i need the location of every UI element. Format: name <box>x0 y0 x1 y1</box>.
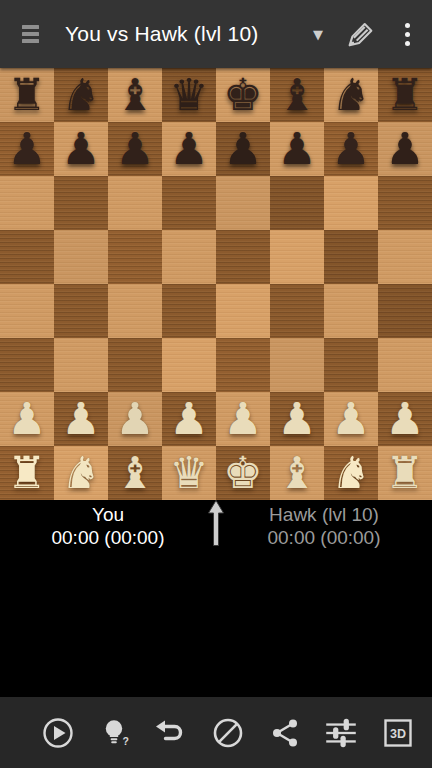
bottom-toolbar: ? <box>0 697 432 768</box>
black-player-block: Hawk (lvl 10) 00:00 (00:00) <box>216 503 432 549</box>
piece-black-pawn: ♟ <box>162 122 216 176</box>
square-c2[interactable]: ♟ <box>108 392 162 446</box>
piece-white-bishop: ♝ <box>108 446 162 500</box>
square-e2[interactable]: ♟ <box>216 392 270 446</box>
square-g6[interactable] <box>324 176 378 230</box>
piece-black-pawn: ♟ <box>108 122 162 176</box>
square-a3[interactable] <box>0 338 54 392</box>
square-g1[interactable]: ♞ <box>324 446 378 500</box>
piece-black-knight: ♞ <box>324 68 378 122</box>
square-f7[interactable]: ♟ <box>270 122 324 176</box>
square-e7[interactable]: ♟ <box>216 122 270 176</box>
player-panel: You 00:00 (00:00) Hawk (lvl 10) 00:00 (0… <box>0 500 432 697</box>
game-title: You vs Hawk (lvl 10) <box>65 22 258 46</box>
square-h8[interactable]: ♜ <box>378 68 432 122</box>
piece-white-pawn: ♟ <box>378 392 432 446</box>
app-bar-actions: ▼ <box>313 17 432 51</box>
piece-white-pawn: ♟ <box>54 392 108 446</box>
chevron-down-icon[interactable]: ▼ <box>313 27 323 42</box>
3d-view-icon: 3D <box>380 715 416 751</box>
square-f4[interactable] <box>270 284 324 338</box>
square-b4[interactable] <box>54 284 108 338</box>
piece-white-rook: ♜ <box>378 446 432 500</box>
piece-white-king: ♚ <box>216 446 270 500</box>
square-c8[interactable]: ♝ <box>108 68 162 122</box>
piece-black-pawn: ♟ <box>378 122 432 176</box>
black-player-name: Hawk (lvl 10) <box>216 503 432 526</box>
square-d2[interactable]: ♟ <box>162 392 216 446</box>
square-e1[interactable]: ♚ <box>216 446 270 500</box>
piece-white-pawn: ♟ <box>216 392 270 446</box>
block-icon <box>210 715 246 751</box>
square-a2[interactable]: ♟ <box>0 392 54 446</box>
piece-white-pawn: ♟ <box>108 392 162 446</box>
piece-white-pawn: ♟ <box>270 392 324 446</box>
square-g3[interactable] <box>324 338 378 392</box>
chess-app-screen: You vs Hawk (lvl 10) ▼ ♜♞♝♛♚♝♞♜♟♟♟♟♟♟♟♟♟… <box>0 0 432 768</box>
piece-white-knight: ♞ <box>324 446 378 500</box>
piece-black-bishop: ♝ <box>270 68 324 122</box>
square-b8[interactable]: ♞ <box>54 68 108 122</box>
piece-black-rook: ♜ <box>378 68 432 122</box>
square-f2[interactable]: ♟ <box>270 392 324 446</box>
piece-white-pawn: ♟ <box>324 392 378 446</box>
square-d8[interactable]: ♛ <box>162 68 216 122</box>
settings-sliders-icon <box>322 714 360 752</box>
black-player-clock: 00:00 (00:00) <box>216 526 432 549</box>
square-d6[interactable] <box>162 176 216 230</box>
square-e3[interactable] <box>216 338 270 392</box>
piece-black-bishop: ♝ <box>108 68 162 122</box>
square-b2[interactable]: ♟ <box>54 392 108 446</box>
hamburger-menu-icon[interactable] <box>22 25 39 43</box>
piece-white-knight: ♞ <box>54 446 108 500</box>
square-h1[interactable]: ♜ <box>378 446 432 500</box>
settings-sliders-button[interactable] <box>321 713 361 753</box>
square-f8[interactable]: ♝ <box>270 68 324 122</box>
white-player-block: You 00:00 (00:00) <box>0 503 216 549</box>
piece-white-pawn: ♟ <box>0 392 54 446</box>
square-h7[interactable]: ♟ <box>378 122 432 176</box>
square-d1[interactable]: ♛ <box>162 446 216 500</box>
hint-lightbulb-icon: ? <box>97 715 133 751</box>
square-h2[interactable]: ♟ <box>378 392 432 446</box>
piece-white-rook: ♜ <box>0 446 54 500</box>
square-f6[interactable] <box>270 176 324 230</box>
white-player-clock: 00:00 (00:00) <box>0 526 216 549</box>
square-e4[interactable] <box>216 284 270 338</box>
share-button[interactable] <box>265 713 305 753</box>
square-c7[interactable]: ♟ <box>108 122 162 176</box>
square-h6[interactable] <box>378 176 432 230</box>
square-c4[interactable] <box>108 284 162 338</box>
square-a1[interactable]: ♜ <box>0 446 54 500</box>
chess-board: ♜♞♝♛♚♝♞♜♟♟♟♟♟♟♟♟♟♟♟♟♟♟♟♟♜♞♝♛♚♝♞♜ <box>0 68 432 500</box>
white-player-name: You <box>0 503 216 526</box>
piece-black-king: ♚ <box>216 68 270 122</box>
square-f1[interactable]: ♝ <box>270 446 324 500</box>
piece-white-bishop: ♝ <box>270 446 324 500</box>
square-h5[interactable] <box>378 230 432 284</box>
square-b1[interactable]: ♞ <box>54 446 108 500</box>
undo-icon <box>153 715 189 751</box>
square-f5[interactable] <box>270 230 324 284</box>
svg-text:?: ? <box>122 735 128 747</box>
square-g2[interactable]: ♟ <box>324 392 378 446</box>
square-c6[interactable] <box>108 176 162 230</box>
square-a8[interactable]: ♜ <box>0 68 54 122</box>
square-h3[interactable] <box>378 338 432 392</box>
piece-black-knight: ♞ <box>54 68 108 122</box>
square-f3[interactable] <box>270 338 324 392</box>
piece-black-pawn: ♟ <box>216 122 270 176</box>
square-c1[interactable]: ♝ <box>108 446 162 500</box>
play-icon <box>40 715 76 751</box>
square-g7[interactable]: ♟ <box>324 122 378 176</box>
square-b6[interactable] <box>54 176 108 230</box>
square-g5[interactable] <box>324 230 378 284</box>
square-e8[interactable]: ♚ <box>216 68 270 122</box>
piece-black-pawn: ♟ <box>54 122 108 176</box>
square-c5[interactable] <box>108 230 162 284</box>
overflow-menu-icon[interactable] <box>403 21 412 48</box>
3d-view-button[interactable]: 3D <box>378 713 418 753</box>
piece-black-pawn: ♟ <box>270 122 324 176</box>
square-e6[interactable] <box>216 176 270 230</box>
square-a5[interactable] <box>0 230 54 284</box>
square-d4[interactable] <box>162 284 216 338</box>
square-d3[interactable] <box>162 338 216 392</box>
piece-white-queen: ♛ <box>162 446 216 500</box>
piece-black-pawn: ♟ <box>0 122 54 176</box>
piece-black-pawn: ♟ <box>324 122 378 176</box>
square-a6[interactable] <box>0 176 54 230</box>
play-button[interactable] <box>38 713 78 753</box>
square-g8[interactable]: ♞ <box>324 68 378 122</box>
svg-text:3D: 3D <box>390 726 406 740</box>
hint-button[interactable]: ? <box>95 713 135 753</box>
square-d7[interactable]: ♟ <box>162 122 216 176</box>
square-c3[interactable] <box>108 338 162 392</box>
square-h4[interactable] <box>378 284 432 338</box>
share-icon <box>267 715 303 751</box>
block-button[interactable] <box>208 713 248 753</box>
piece-white-pawn: ♟ <box>162 392 216 446</box>
undo-button[interactable] <box>151 713 191 753</box>
square-e5[interactable] <box>216 230 270 284</box>
square-a7[interactable]: ♟ <box>0 122 54 176</box>
square-b7[interactable]: ♟ <box>54 122 108 176</box>
square-g4[interactable] <box>324 284 378 338</box>
edit-pencil-icon[interactable] <box>343 17 377 51</box>
piece-black-rook: ♜ <box>0 68 54 122</box>
square-b5[interactable] <box>54 230 108 284</box>
app-bar: You vs Hawk (lvl 10) ▼ <box>0 0 432 68</box>
square-d5[interactable] <box>162 230 216 284</box>
square-b3[interactable] <box>54 338 108 392</box>
piece-black-queen: ♛ <box>162 68 216 122</box>
square-a4[interactable] <box>0 284 54 338</box>
